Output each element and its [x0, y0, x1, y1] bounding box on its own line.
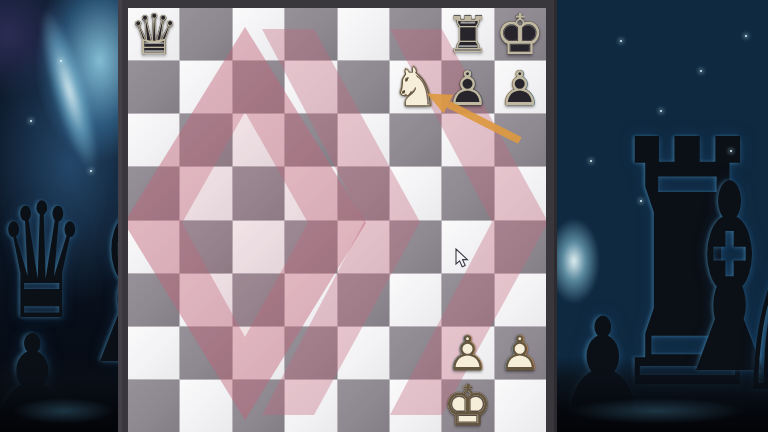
ground-right	[546, 356, 768, 432]
piece-black-rook-g8[interactable]: ♜♖	[442, 8, 494, 61]
piece-white-pawn-h2[interactable]: ♟♙	[494, 326, 546, 379]
piece-black-queen-a8[interactable]: ♛♕	[128, 8, 180, 61]
star-sparkle	[660, 110, 662, 112]
background-right: ♜♝♞♟	[546, 0, 768, 432]
ground-left	[0, 356, 128, 432]
chess-board: ♛♕♜♖♚♔♞♘♟♙♟♙♟♙♟♙♚♔	[128, 8, 546, 432]
star-sparkle	[90, 170, 92, 172]
star-sparkle	[745, 35, 747, 37]
mouse-cursor	[455, 248, 470, 269]
star-sparkle	[730, 150, 732, 152]
app-window: ♛♝♟ ♜♝♞♟ ♛♕♜♖♚♔♞♘♟♙♟♙♟♙♟♙♚♔	[0, 0, 768, 432]
piece-black-pawn-g7[interactable]: ♟♙	[442, 61, 494, 114]
pieces-layer: ♛♕♜♖♚♔♞♘♟♙♟♙♟♙♟♙♚♔	[128, 8, 546, 432]
star-sparkle	[640, 200, 642, 202]
background-left: ♛♝♟	[0, 0, 128, 432]
star-sparkle	[30, 120, 32, 122]
piece-white-knight-f7[interactable]: ♞♘	[389, 61, 441, 114]
ground-sheen	[568, 398, 746, 424]
piece-white-pawn-g2[interactable]: ♟♙	[442, 326, 494, 379]
piece-black-pawn-h7[interactable]: ♟♙	[494, 61, 546, 114]
star-sparkle	[590, 160, 592, 162]
piece-white-king-g1[interactable]: ♚♔	[442, 379, 494, 432]
piece-black-king-h8[interactable]: ♚♔	[494, 8, 546, 61]
star-sparkle	[60, 60, 62, 62]
ground-sheen	[13, 398, 115, 424]
star-sparkle	[700, 70, 702, 72]
star-sparkle	[620, 40, 622, 42]
